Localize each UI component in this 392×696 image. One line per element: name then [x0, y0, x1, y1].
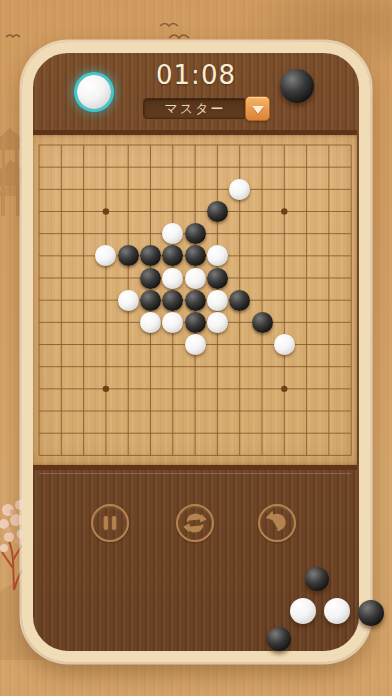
- black-stone: [229, 290, 250, 311]
- restart-icon: [178, 506, 212, 540]
- undo-icon: [260, 506, 294, 540]
- white-stone: [185, 334, 206, 355]
- black-stone: [207, 201, 228, 222]
- difficulty-label: マスター: [143, 98, 247, 119]
- decorative-black-stone: [267, 627, 291, 651]
- white-stone: [274, 334, 295, 355]
- black-player-indicator: [280, 69, 314, 103]
- black-stone: [140, 268, 161, 289]
- black-stone: [162, 290, 183, 311]
- star-point: [103, 386, 109, 392]
- white-stone: [140, 312, 161, 333]
- black-stone: [118, 245, 139, 266]
- black-stone: [185, 245, 206, 266]
- white-stone: [185, 268, 206, 289]
- black-stone: [207, 268, 228, 289]
- white-stone: [162, 268, 183, 289]
- decorative-white-stone: [290, 598, 316, 624]
- decorative-white-stone: [324, 598, 350, 624]
- pause-icon: [93, 506, 127, 540]
- black-stone: [252, 312, 273, 333]
- chevron-down-icon: [252, 105, 264, 113]
- star-point: [103, 208, 109, 214]
- black-stone: [185, 290, 206, 311]
- divider: [39, 473, 351, 474]
- game-board[interactable]: [33, 130, 357, 470]
- black-stone: [185, 223, 206, 244]
- undo-button[interactable]: [258, 504, 296, 542]
- black-stone: [140, 290, 161, 311]
- restart-button[interactable]: [176, 504, 214, 542]
- star-point: [281, 386, 287, 392]
- app-screen: 01:08 マスター: [0, 0, 392, 696]
- white-stone: [118, 290, 139, 311]
- pause-button[interactable]: [91, 504, 129, 542]
- decorative-black-stone: [358, 600, 384, 626]
- white-stone: [229, 179, 250, 200]
- star-point: [281, 208, 287, 214]
- white-stone: [207, 290, 228, 311]
- birds-icon: [6, 24, 189, 39]
- decorative-black-stone: [305, 567, 329, 591]
- difficulty-dropdown[interactable]: マスター: [143, 96, 270, 119]
- black-stone: [185, 312, 206, 333]
- dropdown-arrow-button[interactable]: [245, 96, 270, 121]
- white-stone: [207, 312, 228, 333]
